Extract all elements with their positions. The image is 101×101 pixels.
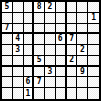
cell-r6c3[interactable] [24,56,35,67]
cell-r5c9[interactable] [88,45,99,56]
cell-r7c9[interactable] [88,67,99,78]
cell-r7c1[interactable] [2,67,13,78]
cell-r2c3[interactable] [24,13,35,24]
cell-r1c1-given-5: 5 [2,2,13,13]
cell-r1c2[interactable] [13,2,24,13]
sudoku-board: 58217467325239671 [0,0,101,101]
cell-r3c9[interactable] [88,24,99,35]
cell-r9c5[interactable] [45,88,56,99]
cell-r4c3[interactable] [24,34,35,45]
cell-r5c8-given-2: 2 [77,45,88,56]
cell-r2c4[interactable] [34,13,45,24]
cell-r9c2[interactable] [13,88,24,99]
cell-r1c6[interactable] [56,2,67,13]
cell-r9c7[interactable] [67,88,78,99]
cell-r8c7[interactable] [67,77,78,88]
cell-r6c4-given-5: 5 [34,56,45,67]
cell-r4c6-given-6: 6 [56,34,67,45]
cell-r9c6[interactable] [56,88,67,99]
cell-r4c4[interactable] [34,34,45,45]
cell-r4c7-given-7: 7 [67,34,78,45]
cell-r1c4-given-8: 8 [34,2,45,13]
cell-r8c3-given-6: 6 [24,77,35,88]
cell-r6c8[interactable] [77,56,88,67]
cell-r5c3[interactable] [24,45,35,56]
cell-r8c5[interactable] [45,77,56,88]
cell-r5c1[interactable] [2,45,13,56]
cell-r4c2-given-4: 4 [13,34,24,45]
cell-r7c7[interactable] [67,67,78,78]
cell-r9c9[interactable] [88,88,99,99]
cell-r9c1[interactable] [2,88,13,99]
cell-r6c9[interactable] [88,56,99,67]
cell-r5c6[interactable] [56,45,67,56]
cell-r4c9[interactable] [88,34,99,45]
cell-r7c4[interactable] [34,67,45,78]
cell-r3c8[interactable] [77,24,88,35]
cell-r7c5-given-3: 3 [45,67,56,78]
cell-r2c5[interactable] [45,13,56,24]
cell-r9c8[interactable] [77,88,88,99]
cell-r2c7[interactable] [67,13,78,24]
cell-r8c8[interactable] [77,77,88,88]
cell-r3c2[interactable] [13,24,24,35]
cell-r5c4[interactable] [34,45,45,56]
cell-r4c5[interactable] [45,34,56,45]
cell-r4c1[interactable] [2,34,13,45]
cell-r6c6[interactable] [56,56,67,67]
cell-r7c6[interactable] [56,67,67,78]
cell-r2c2[interactable] [13,13,24,24]
cell-r9c3-given-1: 1 [24,88,35,99]
cell-r6c7-given-2: 2 [67,56,78,67]
cell-r6c5[interactable] [45,56,56,67]
cell-r8c1[interactable] [2,77,13,88]
cell-r3c4[interactable] [34,24,45,35]
cell-r1c3[interactable] [24,2,35,13]
cell-r2c8[interactable] [77,13,88,24]
cell-r2c9-given-1: 1 [88,13,99,24]
cell-r8c4-given-7: 7 [34,77,45,88]
cell-r3c6[interactable] [56,24,67,35]
cell-r3c5[interactable] [45,24,56,35]
cell-r3c3[interactable] [24,24,35,35]
cell-r5c5[interactable] [45,45,56,56]
cell-r7c8-given-9: 9 [77,67,88,78]
cell-r6c2[interactable] [13,56,24,67]
cell-r8c6[interactable] [56,77,67,88]
cell-r9c4[interactable] [34,88,45,99]
cell-r1c5-given-2: 2 [45,2,56,13]
cell-r2c6[interactable] [56,13,67,24]
cell-r2c1[interactable] [2,13,13,24]
cell-r1c8[interactable] [77,2,88,13]
cell-r5c7[interactable] [67,45,78,56]
cell-r1c7[interactable] [67,2,78,13]
cell-r7c3[interactable] [24,67,35,78]
cell-r3c7[interactable] [67,24,78,35]
cell-r3c1-given-7: 7 [2,24,13,35]
cell-r1c9[interactable] [88,2,99,13]
cell-r4c8[interactable] [77,34,88,45]
cell-r8c2[interactable] [13,77,24,88]
cell-r7c2[interactable] [13,67,24,78]
cell-r6c1[interactable] [2,56,13,67]
cell-r8c9[interactable] [88,77,99,88]
cell-r5c2-given-3: 3 [13,45,24,56]
